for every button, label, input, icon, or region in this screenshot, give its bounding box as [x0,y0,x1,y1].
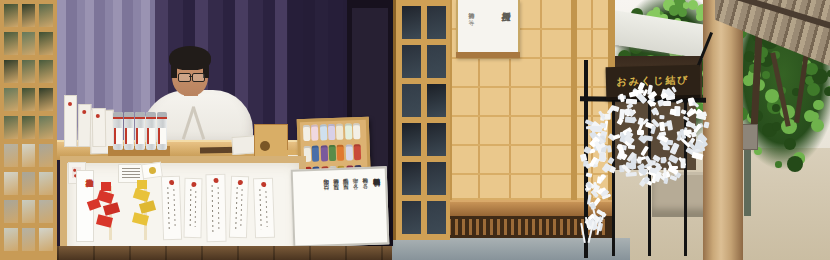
stamp [238,180,243,185]
door-pane [22,32,36,55]
sign-wood-bar [456,52,520,58]
charm-card [205,174,226,242]
box-hole [260,141,270,151]
vent-slat [469,219,472,235]
door-pane [427,45,446,78]
paper-knot [585,172,591,177]
paper-knot [681,158,686,168]
vent-slat [518,219,521,235]
gohei-head-yellow [137,180,147,189]
label-band [158,128,160,144]
paper-knot [669,165,678,168]
cap-band [135,117,145,119]
lattice-line [540,0,542,212]
door-pane [4,172,18,195]
text-line [195,191,197,227]
label-band [114,128,116,144]
door-pane [39,200,53,223]
leaf [772,122,781,131]
door-pane [4,32,18,55]
door-pane [22,144,36,167]
note-lines [122,168,140,178]
omamori [329,145,337,161]
omiki-bottles [113,112,171,152]
charm-card [253,178,275,239]
bottle-label [114,128,122,144]
text-line [218,187,220,231]
omiki-bottle [113,112,123,150]
leaf [811,119,824,132]
omikuji-papers [576,112,606,236]
glasses-lens [192,73,205,82]
stamp [213,178,218,183]
window-sign: 授与所 御神酒 等 [456,0,520,58]
paper-knot [607,145,612,152]
ofuda-packet [78,104,92,147]
leaf [669,5,679,15]
bottle-label [158,128,166,144]
omamori [311,125,319,141]
door-pane [402,162,421,195]
vent-slat [511,219,514,235]
gold-seal [149,166,157,174]
door-pane [22,228,36,251]
door-pane [22,172,36,195]
door-pane [22,88,36,111]
omamori [320,145,328,161]
paper-knot [676,99,684,105]
omamori [336,124,344,140]
door-pane [402,6,421,39]
door-pane [39,228,53,251]
omiki-bottle [157,112,167,150]
glasses-lens [178,73,191,82]
paper-knot [691,152,703,160]
vent-slat [546,219,549,235]
wooden-box [254,124,288,160]
omamori [337,145,345,161]
door-pane [4,116,18,139]
vent-slat [567,219,570,235]
omiki-bottle [135,112,145,150]
shrine-photo: 授与所 御神酒 等 [0,0,830,260]
price-item: 御守 各々 [352,173,360,239]
door-pane [4,88,18,111]
door-pane [427,162,446,195]
omamori [312,146,320,162]
leaf [787,156,803,172]
stamp [191,182,196,187]
door-pane [39,4,53,27]
price-sign: 御初穂料 御神札 各々 御守 各々 御絵馬 五百円 御神酒 五百円 御朱印 三百… [291,166,390,247]
omamori [345,144,353,160]
foundation-wall [388,238,630,260]
glasses-bridge [189,76,192,77]
glasses [176,73,206,82]
leaf [653,7,661,15]
door-pane [427,201,446,234]
paper-knot [624,116,635,123]
door-pane [4,60,18,83]
robe-collar [192,106,205,139]
leaf [762,71,770,79]
ofuda-seal [68,102,72,106]
leaf [775,161,782,168]
charm-card [161,176,182,241]
text-line [240,189,242,227]
door-pane [402,201,421,234]
ofuda-seal [82,110,86,114]
door-pane [22,60,36,83]
door-pane [402,45,421,78]
charm-cards [160,172,290,252]
label-band [136,128,138,144]
paper-knot [670,108,677,115]
omamori [328,124,336,140]
text-line [189,189,191,229]
charm-card [183,178,202,238]
text-line [235,187,237,229]
label-band [147,128,149,144]
door-pane [4,144,18,167]
text-line [266,191,268,227]
cap-band [124,117,134,119]
door-pane [22,4,36,27]
price-title: 御初穂料 [371,173,381,239]
vent-slat [497,219,500,235]
omamori [344,123,352,139]
omamori [353,123,361,139]
paper-knot [664,177,669,184]
door-pane [39,144,53,167]
vent-slat [525,219,528,235]
paper-knot [600,152,606,161]
omiki-bottle [124,112,134,150]
door-pane [39,32,53,55]
leaf [678,8,687,17]
door-pane [22,200,36,223]
omamori [303,125,311,141]
door-pane [22,116,36,139]
paper-knot [658,114,664,118]
paper-knot [703,122,709,129]
price-item: 御朱印 三百円 [323,174,331,240]
charm-card [229,176,249,239]
door-pane [39,60,53,83]
leaf [688,0,698,10]
left-glass-door [0,0,60,260]
ofuda-packet [64,95,77,147]
vent-slat [560,219,563,235]
veranda-floor [57,246,392,260]
paper-knot [663,100,671,105]
vent-slat [476,219,479,235]
price-item: 御神札 各々 [362,173,370,239]
paper-knot [666,120,673,130]
door-pane [39,88,53,111]
omamori [319,124,327,140]
vent-slat [532,219,535,235]
door-pane [402,84,421,117]
vent-slat [483,219,486,235]
paper-knot [651,126,657,135]
door-pane [427,6,446,39]
vent-slat [539,219,542,235]
leaf [784,138,796,150]
omamori [353,144,361,160]
cap-band [146,117,156,119]
cap-band [157,117,167,119]
paper-knot [591,126,601,133]
gohei-head-red [101,182,111,191]
paper-knot [680,138,690,148]
label-band [125,128,127,144]
leaf [813,100,823,110]
vent-slat [462,219,465,235]
leaf [824,87,830,96]
door-pane [427,123,446,156]
window-sign-sub: 御神酒 等 [468,8,474,15]
omiki-bottle [146,112,156,150]
vent-slat [455,219,458,235]
door-pane [4,4,18,27]
ofuda-packet [92,108,107,147]
cap-band [113,117,123,119]
vent-slat [553,219,556,235]
door-pane [427,84,446,117]
text-line [167,187,170,231]
paper-knot [661,157,666,164]
door-pane [39,116,53,139]
paper-knot [692,101,700,108]
door-pane [39,172,53,195]
door-pane [402,123,421,156]
text-line [212,185,214,233]
vent-slat [490,219,493,235]
paper-knot [630,162,636,168]
paper-knot [616,118,623,126]
bottle-label [147,128,155,144]
stamp [169,180,174,185]
price-item: 御神酒 五百円 [332,174,340,240]
bottle-label [125,128,133,144]
price-item: 御絵馬 五百円 [342,174,350,240]
text-line [260,189,262,229]
paper-knot [650,167,658,173]
paper-knot [659,122,666,131]
paper-knot [628,145,635,150]
ofuda-seal [96,114,100,118]
bottle-label [136,128,144,144]
glass-door [393,0,450,240]
vent-slat [504,219,507,235]
door-pane [4,200,18,223]
stamp [261,182,266,187]
door-pane [4,228,18,251]
text-line [173,189,175,229]
